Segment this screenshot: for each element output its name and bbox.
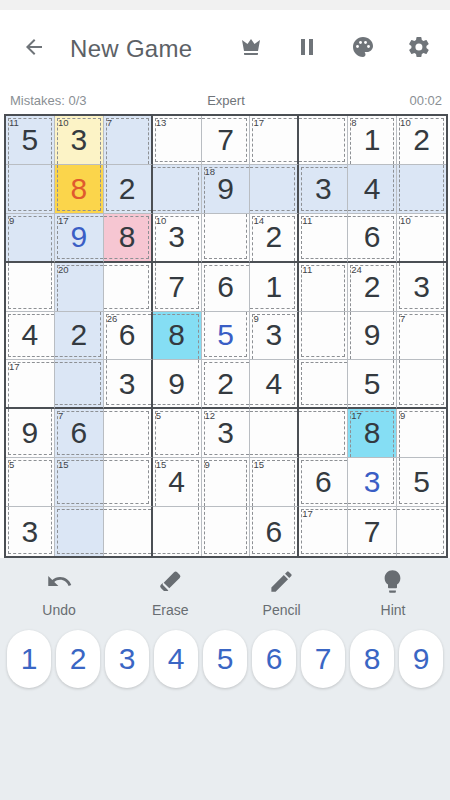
cage-border <box>8 460 52 506</box>
cage-sum-label: 13 <box>156 117 167 128</box>
back-arrow-icon <box>22 35 46 63</box>
cage-sum-label: 5 <box>156 410 161 421</box>
cage-border <box>106 118 149 164</box>
num-key-7[interactable]: 7 <box>301 630 345 688</box>
num-key-8[interactable]: 8 <box>350 630 394 688</box>
pause-button[interactable] <box>294 36 320 62</box>
erase-button[interactable]: Erase <box>135 568 205 618</box>
cell-r9c1[interactable]: 3 <box>6 507 55 556</box>
undo-icon <box>46 568 73 599</box>
cell-r6c3[interactable]: 3 <box>104 360 153 409</box>
given-digit: 3 <box>119 369 136 399</box>
cage-sum-label: 17 <box>351 410 362 421</box>
given-digit: 5 <box>413 467 430 497</box>
cell-r5c3[interactable]: 266 <box>104 312 153 361</box>
given-digit: 6 <box>315 467 332 497</box>
given-digit: 2 <box>266 222 283 252</box>
cell-r1c6[interactable]: 17 <box>250 116 299 165</box>
sudoku-grid: 1151037137178110282189349179810314211610… <box>4 114 448 558</box>
cell-r8c8[interactable]: 3 <box>348 458 397 507</box>
cell-r4c1[interactable] <box>6 263 55 312</box>
cage-border <box>8 165 52 211</box>
cell-r5c8[interactable]: 9 <box>348 312 397 361</box>
given-digit: 3 <box>315 174 332 204</box>
cage-sum-label: 17 <box>253 117 264 128</box>
cell-r5c7[interactable] <box>299 312 348 361</box>
cage-sum-label: 7 <box>107 117 112 128</box>
cell-r6c8[interactable]: 5 <box>348 360 397 409</box>
given-digit: 3 <box>70 125 87 155</box>
given-digit: 1 <box>364 125 381 155</box>
cell-r9c4[interactable] <box>153 507 202 556</box>
cell-r6c1[interactable]: 17 <box>6 360 55 409</box>
pencil-label: Pencil <box>263 602 301 618</box>
cell-r9c2[interactable] <box>55 507 104 556</box>
cage-border <box>301 265 345 311</box>
cage-sum-label: 15 <box>58 459 69 470</box>
cell-r1c5[interactable]: 7 <box>202 116 251 165</box>
cell-r6c2[interactable] <box>55 360 104 409</box>
cage-sum-label: 26 <box>107 313 118 324</box>
cell-r3c8[interactable]: 6 <box>348 214 397 263</box>
given-digit: 6 <box>266 517 283 547</box>
cage-border <box>301 509 347 554</box>
given-digit: 5 <box>22 125 39 155</box>
pencil-icon <box>268 568 295 599</box>
given-digit: 7 <box>364 517 381 547</box>
cell-r8c9[interactable]: 5 <box>397 458 446 507</box>
cell-r2c2[interactable]: 8 <box>55 165 104 214</box>
cage-border <box>153 507 199 554</box>
toolbar: Undo Erase Pencil Hint <box>0 568 450 618</box>
back-button[interactable] <box>20 35 48 63</box>
cell-r3c3[interactable]: 8 <box>104 214 153 263</box>
palette-icon <box>351 35 375 63</box>
cell-r6c4[interactable]: 9 <box>153 360 202 409</box>
given-digit: 2 <box>413 125 430 155</box>
num-key-4[interactable]: 4 <box>154 630 198 688</box>
cage-sum-label: 11 <box>9 117 19 128</box>
cell-r8c2[interactable]: 15 <box>55 458 104 507</box>
cell-r7c1[interactable]: 9 <box>6 409 55 458</box>
cell-r7c9[interactable]: 9 <box>397 409 446 458</box>
cage-sum-label: 15 <box>253 459 264 470</box>
cell-r1c8[interactable]: 81 <box>348 116 397 165</box>
num-key-6[interactable]: 6 <box>252 630 296 688</box>
cell-r7c3[interactable] <box>104 409 153 458</box>
cage-border <box>104 265 149 309</box>
given-digit: 2 <box>70 320 87 350</box>
erase-label: Erase <box>152 602 189 618</box>
cell-r4c4[interactable]: 7 <box>153 263 202 312</box>
cage-border <box>250 411 297 455</box>
number-pad: 123456789 <box>0 618 450 688</box>
cell-r2c8[interactable]: 4 <box>348 165 397 214</box>
cell-r9c3[interactable] <box>104 507 153 556</box>
cage-border <box>399 165 444 211</box>
bottom-panel: Undo Erase Pencil Hint 123456789 <box>0 558 450 800</box>
cage-sum-label: 9 <box>9 215 14 226</box>
cage-sum-label: 9 <box>400 410 405 421</box>
cage-border <box>301 312 345 358</box>
cell-r4c8[interactable]: 242 <box>348 263 397 312</box>
cell-r8c4[interactable]: 154 <box>153 458 202 507</box>
cell-r5c6[interactable]: 93 <box>250 312 299 361</box>
given-digit: 3 <box>168 222 185 252</box>
given-digit: 9 <box>364 320 381 350</box>
cell-r1c3[interactable]: 7 <box>104 116 153 165</box>
given-digit: 2 <box>119 174 136 204</box>
cell-r3c4[interactable]: 103 <box>153 214 202 263</box>
cage-sum-label: 12 <box>205 410 216 421</box>
cage-border <box>301 362 347 405</box>
user-digit: 3 <box>364 467 381 497</box>
cage-border <box>57 460 103 504</box>
given-digit: 7 <box>168 272 185 302</box>
cell-r9c6[interactable]: 6 <box>250 507 299 556</box>
cell-r2c7[interactable]: 3 <box>299 165 348 214</box>
cage-border <box>104 411 149 455</box>
cage-sum-label: 9 <box>205 459 210 470</box>
cell-r7c6[interactable] <box>250 409 299 458</box>
page-title: New Game <box>70 35 238 63</box>
cell-r2c9[interactable] <box>397 165 446 214</box>
cage-border <box>399 216 444 261</box>
cell-r2c1[interactable] <box>6 165 55 214</box>
cage-border <box>57 509 103 554</box>
cage-border <box>57 265 103 311</box>
cell-r4c2[interactable]: 20 <box>55 263 104 312</box>
cage-border <box>252 118 297 162</box>
cage-border <box>399 314 444 360</box>
cell-r7c2[interactable]: 76 <box>55 409 104 458</box>
cell-r1c1[interactable]: 115 <box>6 116 55 165</box>
given-digit: 4 <box>364 174 381 204</box>
given-digit: 7 <box>217 125 234 155</box>
cell-r1c9[interactable]: 102 <box>397 116 446 165</box>
undo-label: Undo <box>42 602 75 618</box>
cage-sum-label: 9 <box>253 313 258 324</box>
cell-r4c6[interactable]: 1 <box>250 263 299 312</box>
cell-r5c9[interactable]: 7 <box>397 312 446 361</box>
num-key-9[interactable]: 9 <box>399 630 443 688</box>
cell-r4c5[interactable]: 6 <box>202 263 251 312</box>
cell-r3c6[interactable]: 142 <box>250 214 299 263</box>
cell-r6c5[interactable]: 2 <box>202 360 251 409</box>
cell-r9c8[interactable]: 7 <box>348 507 397 556</box>
given-digit: 3 <box>266 320 283 350</box>
given-digit: 1 <box>266 272 283 302</box>
given-digit: 8 <box>168 320 185 350</box>
cell-r4c3[interactable] <box>104 263 153 312</box>
given-digit: 9 <box>22 418 39 448</box>
grid-wrapper: 1151037137178110282189349179810314211610… <box>0 114 450 558</box>
cage-sum-label: 7 <box>58 410 63 421</box>
cell-r2c3[interactable]: 2 <box>104 165 153 214</box>
cell-r1c7[interactable] <box>299 116 348 165</box>
difficulty-label: Expert <box>154 93 298 108</box>
crown-icon <box>239 35 263 63</box>
pause-icon <box>295 35 319 63</box>
cage-sum-label: 10 <box>58 117 69 128</box>
cell-r1c4[interactable]: 13 <box>153 116 202 165</box>
crown-button[interactable] <box>238 36 264 62</box>
cage-border <box>104 460 149 504</box>
given-digit: 3 <box>413 272 430 302</box>
cell-r2c6[interactable] <box>250 165 299 214</box>
timer: 00:02 <box>298 93 442 108</box>
user-digit: 8 <box>70 174 87 204</box>
cage-sum-label: 11 <box>302 215 312 226</box>
settings-button[interactable] <box>406 36 432 62</box>
cage-border <box>299 118 345 162</box>
cell-r7c7[interactable] <box>299 409 348 458</box>
cell-r9c7[interactable]: 17 <box>299 507 348 556</box>
hint-button[interactable]: Hint <box>358 568 428 618</box>
cage-border <box>155 118 201 162</box>
cage-border <box>301 216 347 259</box>
cell-r6c6[interactable]: 4 <box>250 360 299 409</box>
given-digit: 4 <box>22 320 39 350</box>
cell-r3c9[interactable]: 10 <box>397 214 446 263</box>
cell-r1c2[interactable]: 103 <box>55 116 104 165</box>
cell-r6c9[interactable] <box>397 360 446 409</box>
cell-r3c1[interactable]: 9 <box>6 214 55 263</box>
gear-icon <box>407 35 431 63</box>
cell-r7c8[interactable]: 178 <box>348 409 397 458</box>
cage-sum-label: 10 <box>156 215 167 226</box>
given-digit: 6 <box>217 272 234 302</box>
given-digit: 3 <box>22 517 39 547</box>
cage-border <box>299 411 345 455</box>
status-row: Mistakes: 0/3 Expert 00:02 <box>0 88 450 114</box>
cage-sum-label: 14 <box>253 215 264 226</box>
cell-r5c2[interactable]: 2 <box>55 312 104 361</box>
num-key-5[interactable]: 5 <box>203 630 247 688</box>
cage-sum-label: 7 <box>400 313 405 324</box>
cage-border <box>8 263 52 309</box>
cell-r4c9[interactable]: 3 <box>397 263 446 312</box>
cell-r8c5[interactable]: 9 <box>202 458 251 507</box>
cage-sum-label: 17 <box>9 361 20 372</box>
lightbulb-icon <box>379 568 406 599</box>
cell-r5c4[interactable]: 8 <box>153 312 202 361</box>
cell-r8c3[interactable] <box>104 458 153 507</box>
undo-button[interactable]: Undo <box>24 568 94 618</box>
cage-sum-label: 5 <box>9 459 14 470</box>
theme-button[interactable] <box>350 36 376 62</box>
cell-r7c5[interactable]: 123 <box>202 409 251 458</box>
given-digit: 6 <box>119 320 136 350</box>
app-header: New Game <box>0 10 450 88</box>
given-digit: 3 <box>217 418 234 448</box>
cell-r8c7[interactable]: 6 <box>299 458 348 507</box>
given-digit: 4 <box>168 467 185 497</box>
cage-sum-label: 10 <box>400 117 411 128</box>
cage-sum-label: 20 <box>58 264 69 275</box>
cage-border <box>153 167 199 211</box>
cell-r3c2[interactable]: 179 <box>55 214 104 263</box>
given-digit: 2 <box>217 369 234 399</box>
cage-sum-label: 24 <box>351 264 362 275</box>
cell-r8c1[interactable]: 5 <box>6 458 55 507</box>
user-digit: 5 <box>217 320 234 350</box>
given-digit: 5 <box>364 369 381 399</box>
cage-border <box>204 507 248 554</box>
cage-sum-label: 10 <box>400 215 411 226</box>
cage-border <box>8 216 52 261</box>
cage-border <box>399 360 444 405</box>
cell-r5c1[interactable]: 4 <box>6 312 55 361</box>
pencil-button[interactable]: Pencil <box>247 568 317 618</box>
cage-border <box>155 411 199 455</box>
cell-r9c9[interactable] <box>397 507 446 556</box>
given-digit: 8 <box>119 222 136 252</box>
user-digit: 9 <box>70 222 87 252</box>
given-digit: 8 <box>364 418 381 448</box>
cage-border <box>204 214 248 259</box>
cell-r8c6[interactable]: 15 <box>250 458 299 507</box>
cage-border <box>399 411 444 457</box>
cell-r2c4[interactable] <box>153 165 202 214</box>
num-key-1[interactable]: 1 <box>7 630 51 688</box>
cage-sum-label: 18 <box>205 166 216 177</box>
cage-sum-label: 17 <box>58 215 69 226</box>
given-digit: 9 <box>168 369 185 399</box>
cage-sum-label: 15 <box>156 459 167 470</box>
mistakes-counter: Mistakes: 0/3 <box>10 93 154 108</box>
cell-r3c7[interactable]: 11 <box>299 214 348 263</box>
cage-sum-label: 11 <box>302 264 312 275</box>
cage-border <box>8 362 54 407</box>
cage-border <box>204 460 248 506</box>
given-digit: 6 <box>70 418 87 448</box>
num-key-3[interactable]: 3 <box>105 630 149 688</box>
cage-border <box>55 362 101 405</box>
cell-r3c5[interactable] <box>202 214 251 263</box>
cage-border <box>104 509 151 554</box>
given-digit: 2 <box>364 272 381 302</box>
given-digit: 4 <box>266 369 283 399</box>
cage-sum-label: 8 <box>351 117 356 128</box>
cell-r6c7[interactable] <box>299 360 348 409</box>
given-digit: 9 <box>217 174 234 204</box>
cage-border <box>252 460 295 506</box>
given-digit: 6 <box>364 222 381 252</box>
cage-border <box>397 509 444 554</box>
num-key-2[interactable]: 2 <box>56 630 100 688</box>
cage-sum-label: 17 <box>302 508 313 519</box>
cell-r7c4[interactable]: 5 <box>153 409 202 458</box>
eraser-icon <box>157 568 184 599</box>
cell-r2c5[interactable]: 189 <box>202 165 251 214</box>
cell-r4c7[interactable]: 11 <box>299 263 348 312</box>
status-bar-strip <box>0 0 450 10</box>
hint-label: Hint <box>381 602 406 618</box>
cell-r5c5[interactable]: 5 <box>202 312 251 361</box>
cage-border <box>250 167 295 211</box>
cell-r9c5[interactable] <box>202 507 251 556</box>
